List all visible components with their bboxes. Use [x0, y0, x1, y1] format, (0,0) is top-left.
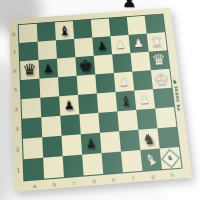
piece-black-king-d6[interactable]: ♚ [75, 56, 95, 76]
rank-label-5: 5 [12, 80, 20, 100]
rank-label-3: 3 [13, 119, 21, 140]
piece-white-rook-h7[interactable]: ♜ [147, 32, 167, 51]
square-d2[interactable]: ♟ [81, 133, 102, 155]
square-a5[interactable] [21, 79, 41, 100]
rank-label-8: 8 [10, 25, 17, 43]
square-c5[interactable] [58, 76, 78, 96]
square-b4[interactable] [40, 96, 60, 117]
square-h6[interactable]: ♛ [149, 50, 170, 70]
square-a3[interactable] [22, 117, 42, 139]
square-c1[interactable] [63, 155, 84, 177]
piece-black-bishop-f4[interactable]: ♝ [116, 91, 137, 112]
square-a6[interactable]: ♛ [20, 60, 39, 80]
square-e5[interactable] [95, 73, 115, 93]
square-f8[interactable] [109, 17, 129, 36]
square-c2[interactable] [61, 134, 82, 156]
square-g3[interactable] [136, 108, 157, 129]
piece-white-queen-h6[interactable]: ♛ [149, 50, 170, 70]
file-label-g: g [143, 172, 163, 180]
piece-white-king-h5[interactable]: ♚ [151, 69, 172, 89]
square-b8[interactable] [37, 22, 56, 41]
file-label-c: c [64, 179, 84, 187]
captured-black-piece-offboard: ♟ [122, 0, 136, 10]
corner-logo-knight-icon: ♞ [167, 154, 174, 162]
square-f3[interactable] [117, 110, 138, 131]
square-f2[interactable] [119, 130, 140, 152]
rank-label-4: 4 [12, 99, 20, 119]
square-d1[interactable] [82, 153, 103, 175]
file-label-f: f [123, 174, 143, 182]
piece-black-bishop-c8[interactable]: ♝ [55, 21, 74, 40]
square-a1[interactable] [24, 158, 45, 181]
square-d8[interactable] [73, 20, 92, 39]
piece-white-pawn-f7[interactable]: ♟ [110, 35, 130, 55]
rank-label-2: 2 [14, 139, 22, 160]
square-h7[interactable]: ♜ [147, 32, 167, 51]
rank-label-6: 6 [11, 61, 18, 80]
square-h1[interactable]: ♞ [160, 147, 182, 169]
file-label-b: b [44, 180, 64, 188]
piece-white-pawn-f5[interactable]: ♟ [114, 72, 134, 92]
square-e1[interactable] [102, 152, 123, 174]
square-e6[interactable] [94, 54, 114, 74]
square-g5[interactable] [132, 70, 153, 90]
square-b2[interactable] [42, 136, 62, 158]
square-h2[interactable] [157, 127, 179, 149]
square-c7[interactable] [56, 39, 75, 59]
square-e3[interactable] [98, 111, 119, 132]
square-g8[interactable] [127, 16, 147, 35]
board-corner-logo: ♞ [160, 147, 182, 169]
piece-black-queen-a6[interactable]: ♛ [20, 60, 39, 80]
square-e2[interactable] [100, 131, 121, 153]
square-a2[interactable] [23, 137, 43, 159]
playing-area: ♝♟♟♟♜♛♟♚♛♟♚♟♝♟♟♞♝♞ [18, 14, 183, 182]
square-h8[interactable] [145, 15, 165, 34]
brand-knight-icon: ♞ [172, 79, 178, 85]
square-a7[interactable] [19, 42, 38, 62]
square-d4[interactable] [78, 93, 98, 114]
brand-text: PE CHESS [173, 85, 181, 110]
square-d3[interactable] [79, 113, 100, 134]
square-c4[interactable]: ♟ [59, 95, 79, 116]
square-g7[interactable]: ♟ [129, 34, 149, 53]
square-e8[interactable] [91, 18, 111, 37]
square-f5[interactable]: ♟ [114, 72, 134, 92]
square-b3[interactable] [41, 116, 61, 137]
square-b6[interactable]: ♟ [38, 59, 58, 79]
square-b5[interactable] [39, 77, 59, 98]
square-c8[interactable]: ♝ [55, 21, 74, 40]
file-label-h: h [162, 171, 182, 179]
file-label-e: e [104, 176, 124, 184]
file-label-a: a [25, 182, 45, 190]
square-g1[interactable]: ♝ [140, 149, 162, 171]
square-g2[interactable]: ♞ [138, 128, 159, 150]
square-c3[interactable] [60, 114, 80, 135]
piece-white-pawn-g4[interactable]: ♟ [134, 89, 155, 110]
square-f4[interactable]: ♝ [116, 91, 137, 112]
piece-white-pawn-g7[interactable]: ♟ [129, 34, 149, 53]
piece-black-knight-g2[interactable]: ♞ [138, 128, 159, 150]
board-squares: ♝♟♟♟♜♛♟♚♛♟♚♟♝♟♟♞♝♞ [19, 15, 182, 181]
square-g4[interactable]: ♟ [134, 89, 155, 110]
file-label-d: d [84, 177, 104, 185]
square-a8[interactable] [19, 24, 38, 43]
rank-label-7: 7 [11, 43, 18, 62]
piece-black-pawn-d2[interactable]: ♟ [81, 133, 102, 155]
square-b7[interactable] [38, 40, 57, 60]
square-f7[interactable]: ♟ [110, 35, 130, 55]
square-d5[interactable] [77, 74, 97, 94]
square-d7[interactable] [74, 38, 94, 58]
piece-black-pawn-b6[interactable]: ♟ [38, 59, 58, 79]
rank-label-1: 1 [14, 159, 22, 181]
chess-board: 87654321 ♝♟♟♟♜♛♟♚♛♟♚♟♝♟♟♞♝♞ abcdefgh ♞ P… [9, 8, 192, 192]
square-h5[interactable]: ♚ [151, 69, 172, 89]
square-f6[interactable] [112, 53, 132, 73]
square-e7[interactable]: ♟ [92, 36, 112, 56]
square-a4[interactable] [21, 98, 41, 119]
square-c6[interactable] [57, 57, 77, 77]
square-g6[interactable] [130, 52, 150, 72]
piece-black-pawn-e7[interactable]: ♟ [92, 36, 112, 56]
square-b1[interactable] [43, 156, 64, 178]
piece-black-pawn-c4[interactable]: ♟ [59, 95, 79, 116]
square-e4[interactable] [97, 92, 118, 113]
square-d6[interactable]: ♚ [75, 56, 95, 76]
photo-of-chess-position: { "game": "chess", "scene": "overhead ph… [0, 0, 200, 200]
